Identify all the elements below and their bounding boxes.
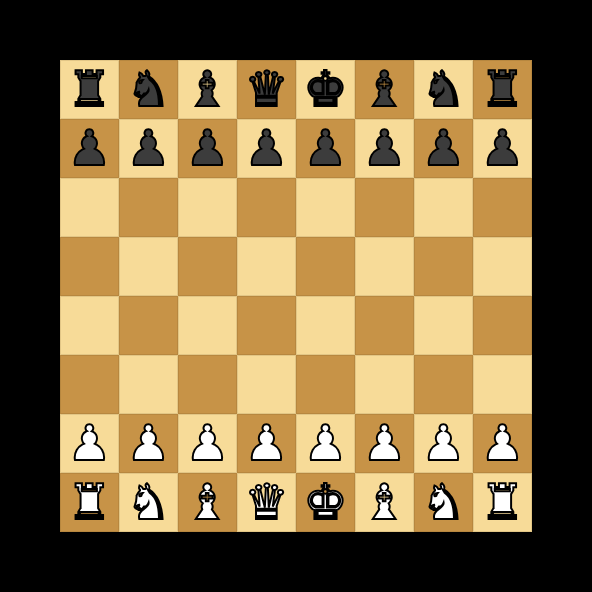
square-d2[interactable]: ♟: [237, 414, 296, 473]
piece-black-pawn[interactable]: ♟: [127, 119, 171, 178]
piece-black-rook[interactable]: ♜: [481, 60, 525, 119]
piece-black-pawn[interactable]: ♟: [186, 119, 230, 178]
square-g4[interactable]: [414, 296, 473, 355]
piece-white-rook[interactable]: ♜: [481, 473, 525, 532]
square-e1[interactable]: ♚: [296, 473, 355, 532]
square-a3[interactable]: [60, 355, 119, 414]
square-g5[interactable]: [414, 237, 473, 296]
piece-white-pawn[interactable]: ♟: [422, 414, 466, 473]
square-d5[interactable]: [237, 237, 296, 296]
square-e7[interactable]: ♟: [296, 119, 355, 178]
square-d8[interactable]: ♛: [237, 60, 296, 119]
square-c2[interactable]: ♟: [178, 414, 237, 473]
square-b2[interactable]: ♟: [119, 414, 178, 473]
square-b5[interactable]: [119, 237, 178, 296]
square-c7[interactable]: ♟: [178, 119, 237, 178]
piece-black-king[interactable]: ♚: [304, 60, 348, 119]
piece-white-rook[interactable]: ♜: [68, 473, 112, 532]
square-b1[interactable]: ♞: [119, 473, 178, 532]
square-h6[interactable]: [473, 178, 532, 237]
piece-white-queen[interactable]: ♛: [245, 473, 289, 532]
piece-black-pawn[interactable]: ♟: [68, 119, 112, 178]
square-a2[interactable]: ♟: [60, 414, 119, 473]
piece-black-knight[interactable]: ♞: [127, 60, 171, 119]
square-d4[interactable]: [237, 296, 296, 355]
square-g6[interactable]: [414, 178, 473, 237]
square-h3[interactable]: [473, 355, 532, 414]
square-h7[interactable]: ♟: [473, 119, 532, 178]
square-d1[interactable]: ♛: [237, 473, 296, 532]
square-f4[interactable]: [355, 296, 414, 355]
piece-white-pawn[interactable]: ♟: [127, 414, 171, 473]
square-d6[interactable]: [237, 178, 296, 237]
square-e4[interactable]: [296, 296, 355, 355]
square-b3[interactable]: [119, 355, 178, 414]
piece-black-bishop[interactable]: ♝: [363, 60, 407, 119]
piece-black-knight[interactable]: ♞: [422, 60, 466, 119]
piece-black-pawn[interactable]: ♟: [363, 119, 407, 178]
piece-white-knight[interactable]: ♞: [127, 473, 171, 532]
square-b7[interactable]: ♟: [119, 119, 178, 178]
square-h2[interactable]: ♟: [473, 414, 532, 473]
square-h4[interactable]: [473, 296, 532, 355]
square-h8[interactable]: ♜: [473, 60, 532, 119]
square-c4[interactable]: [178, 296, 237, 355]
piece-white-pawn[interactable]: ♟: [304, 414, 348, 473]
square-c5[interactable]: [178, 237, 237, 296]
piece-white-pawn[interactable]: ♟: [186, 414, 230, 473]
square-a1[interactable]: ♜: [60, 473, 119, 532]
square-d3[interactable]: [237, 355, 296, 414]
chessboard: ♜♞♝♛♚♝♞♜♟♟♟♟♟♟♟♟♟♟♟♟♟♟♟♟♜♞♝♛♚♝♞♜: [60, 60, 532, 532]
square-b4[interactable]: [119, 296, 178, 355]
square-d7[interactable]: ♟: [237, 119, 296, 178]
square-a8[interactable]: ♜: [60, 60, 119, 119]
square-e6[interactable]: [296, 178, 355, 237]
piece-black-pawn[interactable]: ♟: [304, 119, 348, 178]
square-g1[interactable]: ♞: [414, 473, 473, 532]
piece-white-pawn[interactable]: ♟: [481, 414, 525, 473]
piece-white-pawn[interactable]: ♟: [68, 414, 112, 473]
square-f3[interactable]: [355, 355, 414, 414]
square-h1[interactable]: ♜: [473, 473, 532, 532]
piece-black-pawn[interactable]: ♟: [422, 119, 466, 178]
piece-black-rook[interactable]: ♜: [68, 60, 112, 119]
square-e8[interactable]: ♚: [296, 60, 355, 119]
piece-black-queen[interactable]: ♛: [245, 60, 289, 119]
square-g8[interactable]: ♞: [414, 60, 473, 119]
page-background: ♜♞♝♛♚♝♞♜♟♟♟♟♟♟♟♟♟♟♟♟♟♟♟♟♜♞♝♛♚♝♞♜: [0, 0, 592, 592]
piece-white-bishop[interactable]: ♝: [186, 473, 230, 532]
square-h5[interactable]: [473, 237, 532, 296]
square-a5[interactable]: [60, 237, 119, 296]
square-b8[interactable]: ♞: [119, 60, 178, 119]
piece-black-bishop[interactable]: ♝: [186, 60, 230, 119]
square-e2[interactable]: ♟: [296, 414, 355, 473]
square-g7[interactable]: ♟: [414, 119, 473, 178]
square-f8[interactable]: ♝: [355, 60, 414, 119]
piece-white-king[interactable]: ♚: [304, 473, 348, 532]
square-e5[interactable]: [296, 237, 355, 296]
square-f6[interactable]: [355, 178, 414, 237]
square-f5[interactable]: [355, 237, 414, 296]
square-c3[interactable]: [178, 355, 237, 414]
piece-white-bishop[interactable]: ♝: [363, 473, 407, 532]
square-b6[interactable]: [119, 178, 178, 237]
piece-white-pawn[interactable]: ♟: [363, 414, 407, 473]
square-a7[interactable]: ♟: [60, 119, 119, 178]
square-e3[interactable]: [296, 355, 355, 414]
square-g2[interactable]: ♟: [414, 414, 473, 473]
piece-white-knight[interactable]: ♞: [422, 473, 466, 532]
square-g3[interactable]: [414, 355, 473, 414]
square-a6[interactable]: [60, 178, 119, 237]
square-f1[interactable]: ♝: [355, 473, 414, 532]
square-f2[interactable]: ♟: [355, 414, 414, 473]
square-a4[interactable]: [60, 296, 119, 355]
square-c8[interactable]: ♝: [178, 60, 237, 119]
piece-white-pawn[interactable]: ♟: [245, 414, 289, 473]
piece-black-pawn[interactable]: ♟: [245, 119, 289, 178]
square-c1[interactable]: ♝: [178, 473, 237, 532]
square-f7[interactable]: ♟: [355, 119, 414, 178]
square-c6[interactable]: [178, 178, 237, 237]
piece-black-pawn[interactable]: ♟: [481, 119, 525, 178]
